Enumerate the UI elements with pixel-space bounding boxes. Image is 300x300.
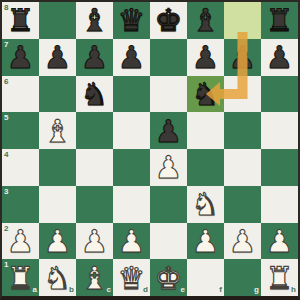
black-pawn[interactable]: ♟: [118, 39, 146, 75]
black-king[interactable]: ♚: [155, 2, 183, 38]
square-h8[interactable]: ♜: [261, 2, 298, 39]
square-b5[interactable]: ♝: [39, 112, 76, 149]
white-pawn[interactable]: ♟: [266, 223, 294, 259]
white-queen[interactable]: ♛: [118, 260, 146, 296]
rank-label-3: 3: [4, 188, 8, 196]
square-h6[interactable]: [261, 76, 298, 113]
square-b3[interactable]: [39, 186, 76, 223]
square-e3[interactable]: [150, 186, 187, 223]
black-rook[interactable]: ♜: [7, 2, 35, 38]
square-g5[interactable]: [224, 112, 261, 149]
square-d4[interactable]: [113, 149, 150, 186]
white-pawn[interactable]: ♟: [44, 223, 72, 259]
square-b6[interactable]: [39, 76, 76, 113]
square-c1[interactable]: c♝: [76, 259, 113, 296]
square-c3[interactable]: [76, 186, 113, 223]
square-b2[interactable]: ♟: [39, 223, 76, 260]
square-f8[interactable]: ♝: [187, 2, 224, 39]
rank-label-5: 5: [4, 114, 8, 122]
square-b8[interactable]: [39, 2, 76, 39]
square-g6[interactable]: [224, 76, 261, 113]
square-a5[interactable]: 5: [2, 112, 39, 149]
square-c8[interactable]: ♝: [76, 2, 113, 39]
square-h7[interactable]: ♟: [261, 39, 298, 76]
square-e4[interactable]: ♟: [150, 149, 187, 186]
square-c2[interactable]: ♟: [76, 223, 113, 260]
square-h5[interactable]: [261, 112, 298, 149]
white-knight[interactable]: ♞: [192, 186, 220, 222]
square-d7[interactable]: ♟: [113, 39, 150, 76]
square-a8[interactable]: 8♜: [2, 2, 39, 39]
black-pawn[interactable]: ♟: [192, 39, 220, 75]
black-pawn[interactable]: ♟: [229, 39, 257, 75]
square-e1[interactable]: e♚: [150, 259, 187, 296]
square-b1[interactable]: b♞: [39, 259, 76, 296]
square-b7[interactable]: ♟: [39, 39, 76, 76]
white-pawn[interactable]: ♟: [192, 223, 220, 259]
square-e5[interactable]: ♟: [150, 112, 187, 149]
square-c4[interactable]: [76, 149, 113, 186]
square-g3[interactable]: [224, 186, 261, 223]
square-g4[interactable]: [224, 149, 261, 186]
square-e7[interactable]: [150, 39, 187, 76]
square-a1[interactable]: 1a♜: [2, 259, 39, 296]
white-pawn[interactable]: ♟: [81, 223, 109, 259]
black-knight[interactable]: ♞: [81, 76, 109, 112]
black-pawn[interactable]: ♟: [266, 39, 294, 75]
square-a7[interactable]: 7♟: [2, 39, 39, 76]
black-knight[interactable]: ♞: [192, 76, 220, 112]
white-bishop[interactable]: ♝: [81, 260, 109, 296]
square-a3[interactable]: 3: [2, 186, 39, 223]
square-b4[interactable]: [39, 149, 76, 186]
square-e2[interactable]: [150, 223, 187, 260]
square-d6[interactable]: [113, 76, 150, 113]
square-d3[interactable]: [113, 186, 150, 223]
square-f3[interactable]: ♞: [187, 186, 224, 223]
white-pawn[interactable]: ♟: [118, 223, 146, 259]
white-pawn[interactable]: ♟: [7, 223, 35, 259]
file-label-f: f: [219, 286, 222, 294]
black-rook[interactable]: ♜: [266, 2, 294, 38]
chess-board: 8♜♝♛♚♝♜7♟♟♟♟♟♟♟6♞♞5♝♟4♟3♞2♟♟♟♟♟♟♟1a♜b♞c♝…: [0, 0, 300, 300]
square-f5[interactable]: [187, 112, 224, 149]
square-e8[interactable]: ♚: [150, 2, 187, 39]
square-g1[interactable]: g: [224, 259, 261, 296]
square-d1[interactable]: d♛: [113, 259, 150, 296]
white-bishop[interactable]: ♝: [44, 113, 72, 149]
black-pawn[interactable]: ♟: [81, 39, 109, 75]
square-g8[interactable]: [224, 2, 261, 39]
square-h1[interactable]: h♜: [261, 259, 298, 296]
white-rook[interactable]: ♜: [266, 260, 294, 296]
board-grid: 8♜♝♛♚♝♜7♟♟♟♟♟♟♟6♞♞5♝♟4♟3♞2♟♟♟♟♟♟♟1a♜b♞c♝…: [2, 2, 298, 296]
rank-label-4: 4: [4, 151, 8, 159]
black-pawn[interactable]: ♟: [155, 113, 183, 149]
square-f1[interactable]: f: [187, 259, 224, 296]
square-f4[interactable]: [187, 149, 224, 186]
black-pawn[interactable]: ♟: [44, 39, 72, 75]
square-c6[interactable]: ♞: [76, 76, 113, 113]
black-pawn[interactable]: ♟: [7, 39, 35, 75]
square-d8[interactable]: ♛: [113, 2, 150, 39]
black-bishop[interactable]: ♝: [192, 2, 220, 38]
square-e6[interactable]: [150, 76, 187, 113]
square-f2[interactable]: ♟: [187, 223, 224, 260]
white-pawn[interactable]: ♟: [155, 149, 183, 185]
black-bishop[interactable]: ♝: [81, 2, 109, 38]
square-c7[interactable]: ♟: [76, 39, 113, 76]
square-h4[interactable]: [261, 149, 298, 186]
file-label-g: g: [254, 286, 259, 294]
square-f6[interactable]: ♞: [187, 76, 224, 113]
rank-label-6: 6: [4, 78, 8, 86]
black-queen[interactable]: ♛: [118, 2, 146, 38]
square-h2[interactable]: ♟: [261, 223, 298, 260]
square-a6[interactable]: 6: [2, 76, 39, 113]
square-g2[interactable]: ♟: [224, 223, 261, 260]
square-h3[interactable]: [261, 186, 298, 223]
square-d2[interactable]: ♟: [113, 223, 150, 260]
square-f7[interactable]: ♟: [187, 39, 224, 76]
square-a2[interactable]: 2♟: [2, 223, 39, 260]
square-c5[interactable]: [76, 112, 113, 149]
white-pawn[interactable]: ♟: [229, 223, 257, 259]
square-d5[interactable]: [113, 112, 150, 149]
white-king[interactable]: ♚: [155, 260, 183, 296]
square-a4[interactable]: 4: [2, 149, 39, 186]
square-g7[interactable]: ♟: [224, 39, 261, 76]
white-rook[interactable]: ♜: [7, 260, 35, 296]
white-knight[interactable]: ♞: [44, 260, 72, 296]
